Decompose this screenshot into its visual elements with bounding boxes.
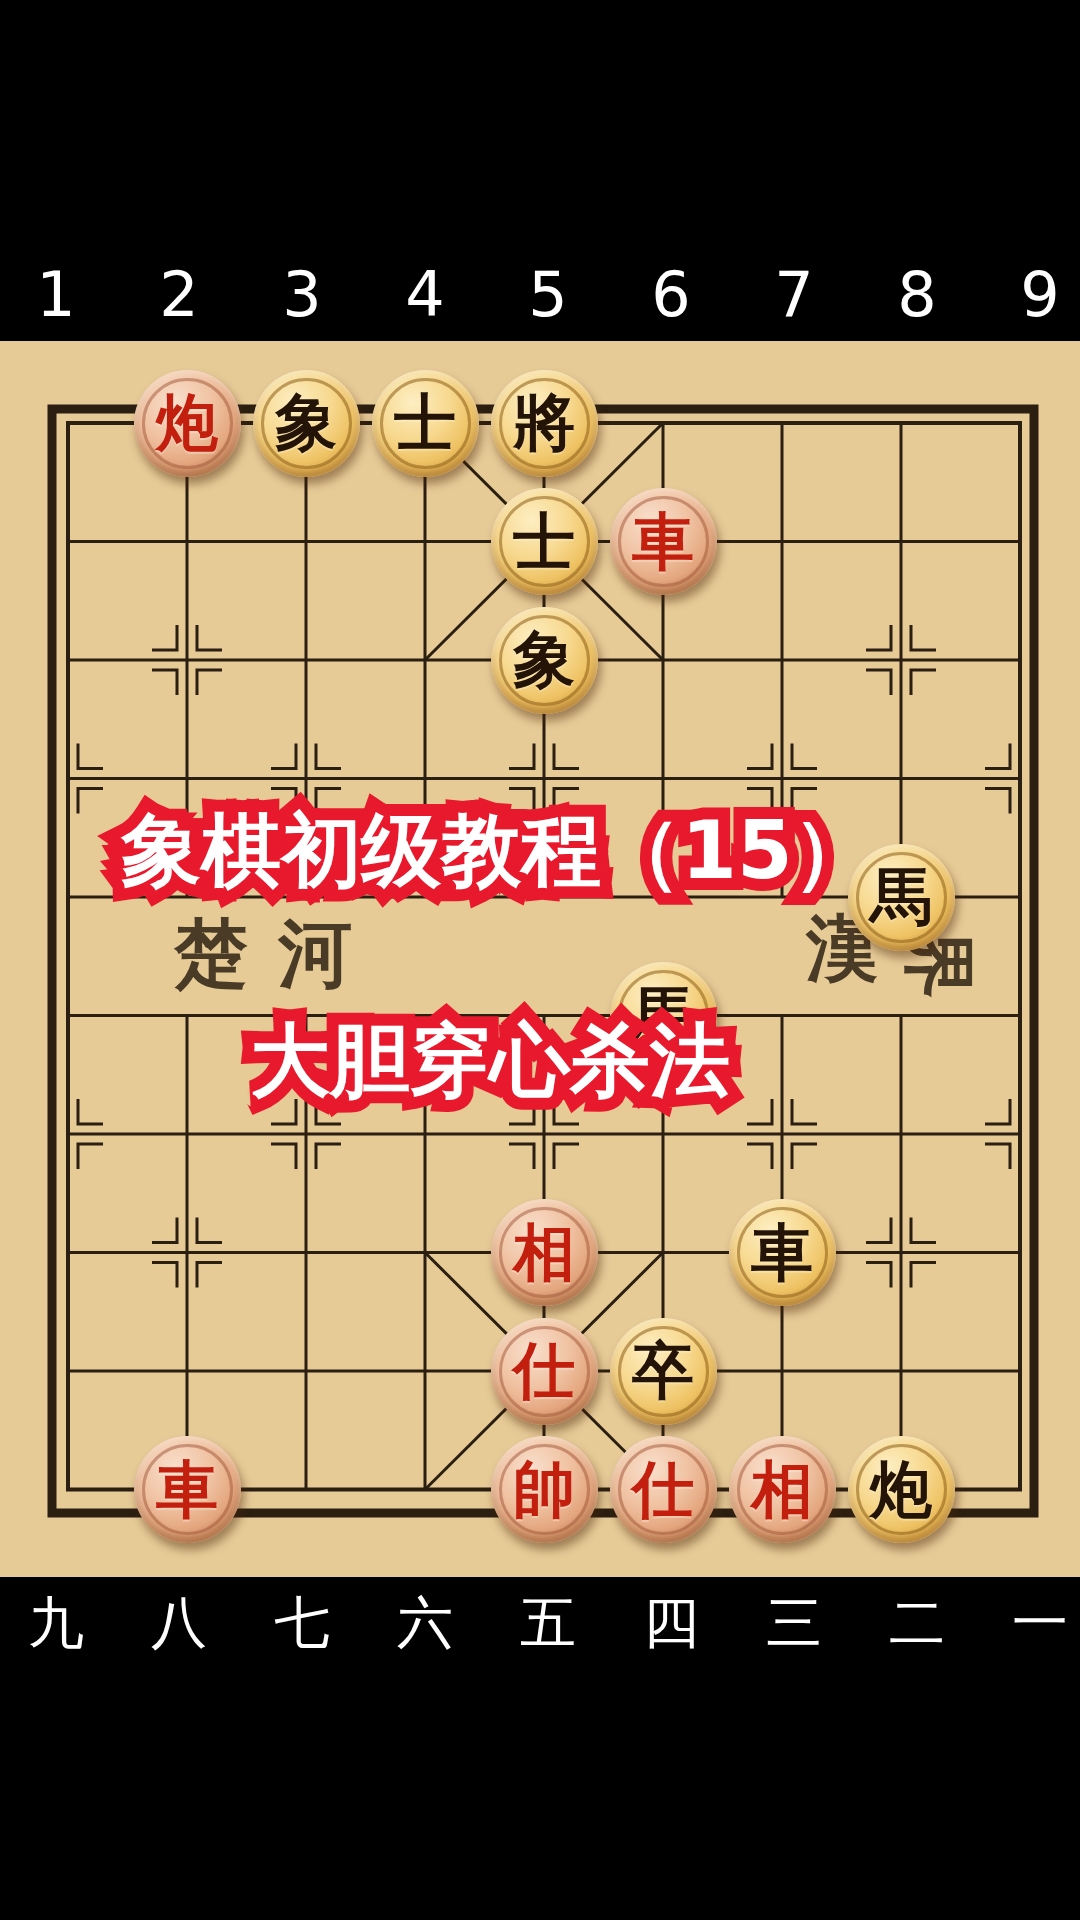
overlay-title-line2: 大胆穿心杀法 大胆穿心杀法 (250, 1008, 730, 1116)
piece-glyph: 車 (751, 1222, 813, 1284)
piece-black-general[interactable]: 將 (491, 370, 598, 477)
piece-black-chariot[interactable]: 車 (729, 1199, 836, 1306)
bottom-file-label-八: 八 (151, 1586, 207, 1662)
piece-glyph: 炮 (870, 1459, 932, 1521)
bottom-file-label-二: 二 (889, 1586, 945, 1662)
bottom-file-label-四: 四 (643, 1586, 699, 1662)
top-file-label-3: 3 (282, 258, 321, 331)
piece-red-elephant[interactable]: 相 (729, 1436, 836, 1543)
top-coordinate-bar: 123456789 (0, 0, 1080, 341)
bottom-file-label-九: 九 (28, 1586, 84, 1662)
piece-glyph: 仕 (513, 1340, 575, 1402)
piece-red-advisor[interactable]: 仕 (610, 1436, 717, 1543)
piece-glyph: 象 (513, 629, 575, 691)
top-file-label-4: 4 (405, 258, 444, 331)
piece-glyph: 馬 (870, 866, 932, 928)
bottom-file-label-六: 六 (397, 1586, 453, 1662)
bottom-file-label-三: 三 (766, 1586, 822, 1662)
piece-black-soldier[interactable]: 卒 (610, 1318, 717, 1425)
piece-glyph: 相 (513, 1222, 575, 1284)
top-file-label-5: 5 (528, 258, 567, 331)
top-file-label-7: 7 (774, 258, 813, 331)
top-file-label-1: 1 (36, 258, 75, 331)
piece-red-advisor[interactable]: 仕 (491, 1318, 598, 1425)
piece-red-chariot[interactable]: 車 (134, 1436, 241, 1543)
bottom-file-label-七: 七 (274, 1586, 330, 1662)
overlay-title-line1-text: 象棋初级教程（15） (121, 804, 872, 897)
xiangqi-board: 楚河 漢 界 炮象士將士車象馬馬相車仕卒車帥仕相炮 (0, 341, 1080, 1577)
top-file-label-8: 8 (897, 258, 936, 331)
piece-black-advisor[interactable]: 士 (491, 488, 598, 595)
piece-red-general[interactable]: 帥 (491, 1436, 598, 1543)
piece-glyph: 象 (275, 392, 337, 454)
bottom-file-label-五: 五 (520, 1586, 576, 1662)
piece-glyph: 相 (751, 1459, 813, 1521)
top-file-label-6: 6 (651, 258, 690, 331)
piece-black-advisor[interactable]: 士 (372, 370, 479, 477)
piece-red-cannon[interactable]: 炮 (134, 370, 241, 477)
piece-red-chariot[interactable]: 車 (610, 488, 717, 595)
piece-glyph: 車 (632, 511, 694, 573)
board-grid[interactable]: 炮象士將士車象馬馬相車仕卒車帥仕相炮 (9, 364, 1080, 1549)
piece-glyph: 仕 (632, 1459, 694, 1521)
piece-glyph: 炮 (156, 392, 218, 454)
piece-red-elephant[interactable]: 相 (491, 1199, 598, 1306)
piece-glyph: 帥 (513, 1459, 575, 1521)
video-frame: 楚河 漢 界 炮象士將士車象馬馬相車仕卒車帥仕相炮 123456789 九八七六… (0, 0, 1080, 1920)
piece-glyph: 士 (394, 392, 456, 454)
piece-black-cannon[interactable]: 炮 (848, 1436, 955, 1543)
piece-glyph: 卒 (632, 1340, 694, 1402)
top-file-label-2: 2 (159, 258, 198, 331)
piece-glyph: 士 (513, 511, 575, 573)
bottom-file-label-一: 一 (1012, 1586, 1068, 1662)
piece-glyph: 將 (513, 392, 575, 454)
piece-black-elephant[interactable]: 象 (491, 607, 598, 714)
overlay-title-line2-text: 大胆穿心杀法 (250, 1014, 730, 1107)
bottom-coordinate-bar: 九八七六五四三二一 (0, 1577, 1080, 1920)
piece-glyph: 車 (156, 1459, 218, 1521)
top-file-label-9: 9 (1020, 258, 1059, 331)
piece-black-elephant[interactable]: 象 (253, 370, 360, 477)
overlay-title-line1: 象棋初级教程（15） 象棋初级教程（15） (121, 798, 872, 906)
